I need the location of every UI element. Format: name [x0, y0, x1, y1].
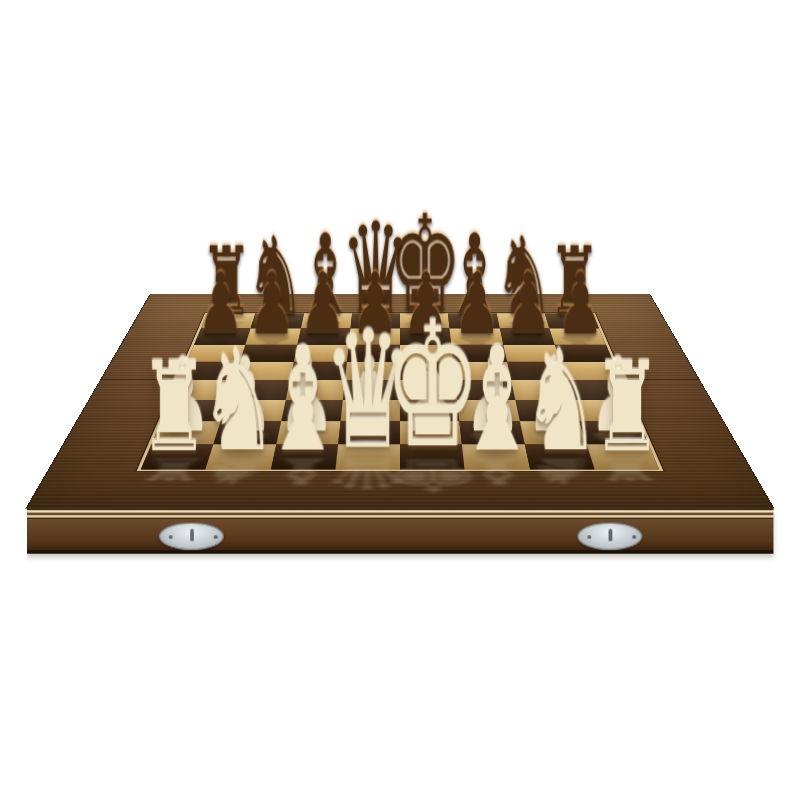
white-king: ♚ — [335, 303, 529, 469]
box-front-panel — [27, 509, 774, 554]
board-box: ♜♜♞♞♝♝♛♛♚♚♝♝♞♞♜♜♟♟♟♟♟♟♟♟♟♟♟♟♟♟♟♟♟♟♟♟♟♟♟♟… — [25, 294, 775, 510]
pinstripe-inlay — [27, 509, 774, 519]
playing-field: ♜♜♞♞♝♝♛♛♚♚♝♝♞♞♜♜♟♟♟♟♟♟♟♟♟♟♟♟♟♟♟♟♟♟♟♟♟♟♟♟… — [137, 313, 664, 471]
square-g1: ♞♞ — [524, 444, 594, 469]
square-b1: ♞♞ — [206, 444, 276, 469]
perspective-stage: ♜♜♞♞♝♝♛♛♚♚♝♝♞♞♜♜♟♟♟♟♟♟♟♟♟♟♟♟♟♟♟♟♟♟♟♟♟♟♟♟… — [0, 0, 800, 800]
latch-right-icon — [577, 523, 642, 550]
box-top-surface: ♜♜♞♞♝♝♛♛♚♚♝♝♞♞♜♜♟♟♟♟♟♟♟♟♟♟♟♟♟♟♟♟♟♟♟♟♟♟♟♟… — [25, 294, 775, 510]
latch-left-icon — [159, 523, 224, 550]
product-photo: ♜♜♞♞♝♝♛♛♚♚♝♝♞♞♜♜♟♟♟♟♟♟♟♟♟♟♟♟♟♟♟♟♟♟♟♟♟♟♟♟… — [0, 0, 800, 800]
white-knight: ♞ — [141, 335, 335, 468]
board-grid: ♜♜♞♞♝♝♛♛♚♚♝♝♞♞♜♜♟♟♟♟♟♟♟♟♟♟♟♟♟♟♟♟♟♟♟♟♟♟♟♟… — [141, 314, 659, 470]
square-e1: ♚♚ — [400, 444, 465, 469]
